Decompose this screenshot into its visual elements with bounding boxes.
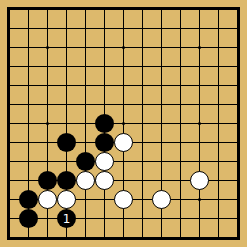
black-stone [19, 209, 38, 228]
hoshi-star-point [46, 46, 49, 49]
black-stone [76, 152, 95, 171]
white-stone [57, 190, 76, 209]
hoshi-star-point [198, 122, 201, 125]
white-stone [114, 190, 133, 209]
white-stone [95, 152, 114, 171]
white-stone [76, 171, 95, 190]
black-stone [95, 133, 114, 152]
black-stone [57, 171, 76, 190]
white-stone [152, 190, 171, 209]
hoshi-star-point [122, 122, 125, 125]
hoshi-star-point [122, 46, 125, 49]
white-stone [95, 171, 114, 190]
black-stone [38, 171, 57, 190]
go-problem-diagram: 1 [0, 0, 247, 247]
black-stone [57, 133, 76, 152]
go-board-grid[interactable]: 1 [9, 9, 238, 238]
hoshi-star-point [198, 198, 201, 201]
white-stone [114, 133, 133, 152]
white-stone [38, 190, 57, 209]
black-stone [19, 190, 38, 209]
hoshi-star-point [46, 122, 49, 125]
move-number-label: 1 [63, 213, 71, 225]
white-stone [190, 171, 209, 190]
black-stone [95, 114, 114, 133]
black-stone-move-1: 1 [57, 209, 76, 228]
hoshi-star-point [198, 46, 201, 49]
